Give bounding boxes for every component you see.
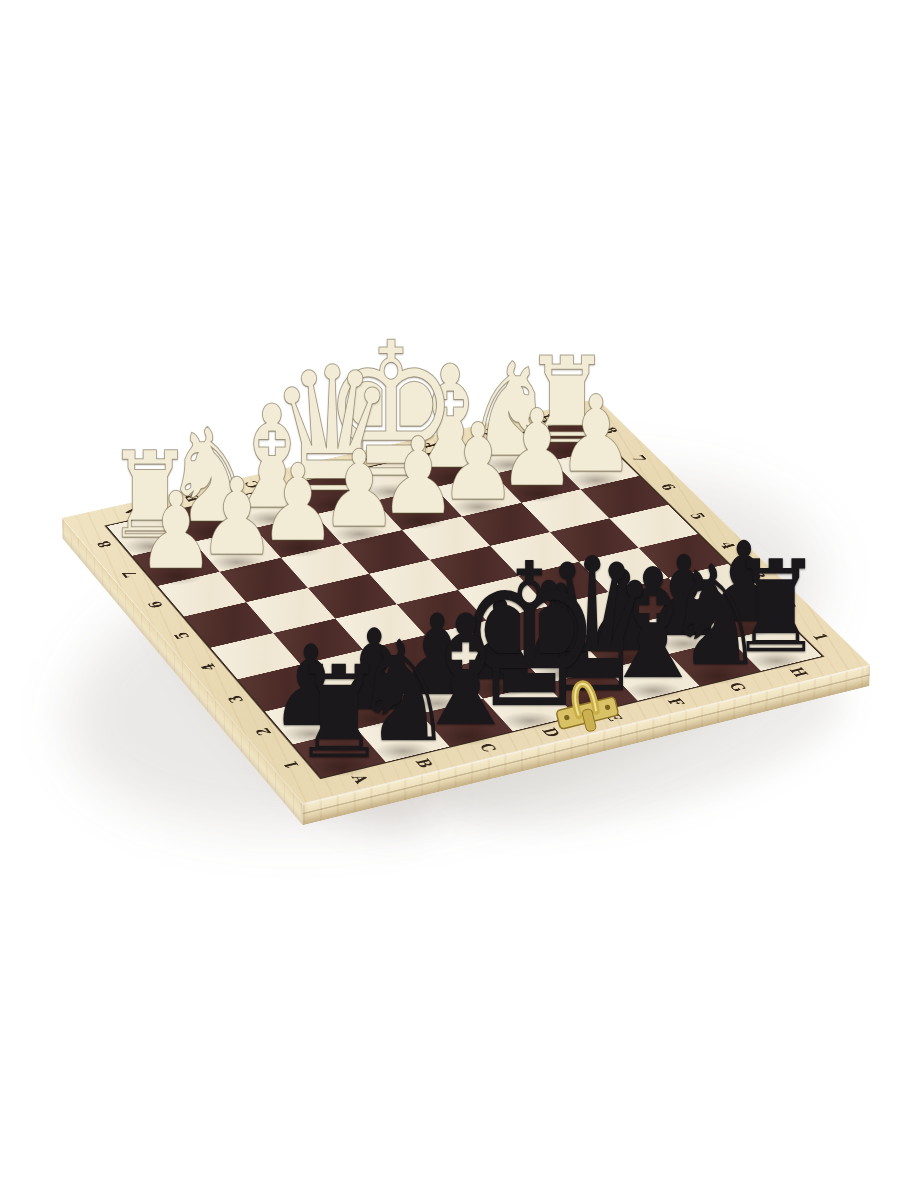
square-h1 [729,625,821,671]
rank-label: 2 [752,591,828,621]
chess-board-box: ABCDEFGH ABCDEFGH 87654321 87654321 [62,398,870,803]
rank-label: 1 [783,621,860,652]
square-g2 [638,608,729,654]
file-labels-near: ABCDEFGH [321,656,838,795]
square-b3 [301,650,392,697]
square-b1 [357,714,450,762]
square-d4 [397,590,487,635]
square-b5 [246,588,335,633]
square-d3 [425,621,516,667]
square-g1 [669,639,761,685]
square-b4 [273,619,363,665]
square-e1 [545,669,637,716]
square-c4 [335,604,425,650]
square-e2 [516,637,607,683]
square-a1 [293,729,386,778]
square-f3 [548,592,638,637]
square-f2 [577,623,668,669]
square-d2 [454,652,546,699]
square-h2 [699,594,790,639]
product-photo-stage: ABCDEFGH ABCDEFGH 87654321 87654321 ♜♞♝♛… [0,0,900,1200]
square-b2 [328,682,420,729]
square-a4 [211,633,301,679]
square-a2 [265,696,357,744]
square-a3 [238,665,329,712]
square-d1 [483,684,575,732]
square-f1 [607,654,699,701]
square-c2 [391,667,483,714]
board-top-face: ABCDEFGH ABCDEFGH 87654321 87654321 [62,398,870,803]
square-a5 [184,602,273,647]
square-e3 [487,606,578,652]
square-c1 [420,699,513,747]
square-c3 [363,635,454,681]
